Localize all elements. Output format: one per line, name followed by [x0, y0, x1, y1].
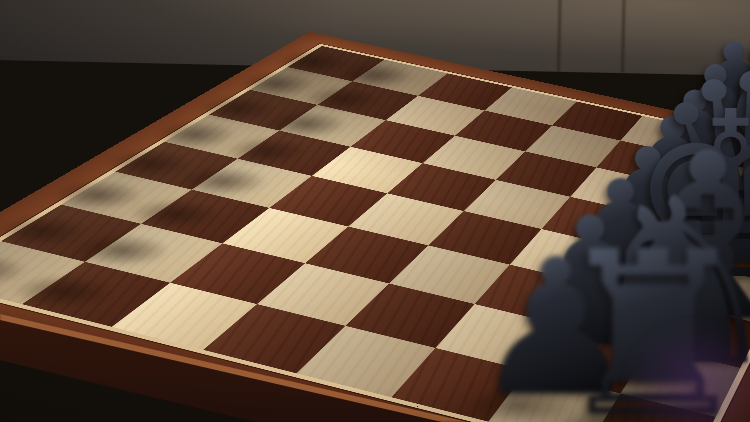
chess-photo: ♜♞♝♛♚♝♞♜♟♟♟♟♟♟♟♟♟♟♟♟♟♟♟♟♜♞♝♛♚♝♞♜	[0, 0, 750, 422]
foreground-blur	[625, 322, 750, 422]
piece-white-pawn-h2: ♟	[37, 167, 160, 304]
